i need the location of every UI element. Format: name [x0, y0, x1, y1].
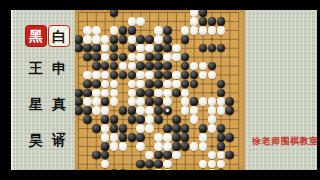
board-intersection: ○ — [136, 44, 145, 53]
board-intersection: ● — [110, 53, 119, 62]
board-intersection: ● — [145, 88, 154, 97]
board-intersection: ● — [145, 79, 154, 88]
board-intersection: ● — [75, 35, 83, 44]
board-intersection: ● — [83, 53, 92, 62]
black-stone: ● — [208, 44, 217, 53]
board-intersection: ● — [119, 70, 128, 79]
black-stone: ● — [163, 44, 172, 53]
board-intersection: ● — [136, 62, 145, 71]
board-intersection: ○ — [110, 97, 119, 106]
player-black-column: 黑 王星昊 — [25, 25, 47, 147]
board-intersection: ● — [190, 79, 199, 88]
board-intersection: ○ — [136, 97, 145, 106]
letterbox-bottom — [0, 170, 320, 180]
board-intersection: ● — [119, 26, 128, 35]
board-intersection: ○ — [136, 124, 145, 133]
board-intersection: ○ — [127, 88, 136, 97]
board-intersection: ● — [181, 133, 190, 142]
black-stone: ● — [225, 133, 234, 142]
white-stone: ○ — [181, 106, 190, 115]
video-frame: 黑 王星昊 白 申真谞 ●○●○○○●●●○○○●●○●○○○○○●○○○●●○… — [0, 0, 320, 180]
board-intersection: ○ — [154, 35, 163, 44]
board-intersection: ● — [110, 70, 119, 79]
board-intersection: ● — [127, 26, 136, 35]
board-intersection: ● — [163, 35, 172, 44]
white-stone: ○ — [136, 124, 145, 133]
black-stone: ● — [154, 80, 163, 89]
black-stone: ● — [181, 62, 190, 71]
board-intersection: ○ — [110, 88, 119, 97]
white-stone: ○ — [163, 89, 172, 98]
black-stone: ● — [154, 71, 163, 80]
board-intersection: ○ — [190, 10, 199, 17]
black-stone: ● — [154, 97, 163, 106]
board-intersection: ● — [172, 88, 181, 97]
white-stone: ○ — [190, 106, 199, 115]
black-stone: ● — [119, 133, 128, 142]
go-board[interactable]: ●○●○○○●●●○○○●●○●○○○○○●○○○●●○●●○●●●●●○●●○… — [75, 10, 245, 170]
board-intersection: ○ — [101, 70, 110, 79]
board-intersection: ○ — [207, 106, 216, 115]
board-intersection: ○ — [145, 70, 154, 79]
black-stone: ● — [181, 133, 190, 142]
board-intersection: ○ — [190, 26, 199, 35]
letterbox-left — [0, 0, 11, 180]
player-name-char: 谞 — [52, 133, 66, 147]
white-stone: ○ — [163, 160, 172, 169]
board-intersection: ● — [154, 160, 163, 169]
board-intersection: ○ — [199, 142, 208, 151]
black-stone: ● — [145, 62, 154, 71]
white-stone: ○ — [145, 44, 154, 53]
board-intersection: ○ — [207, 115, 216, 124]
white-stone: ○ — [199, 142, 208, 151]
board-intersection: ○ — [199, 133, 208, 142]
white-stone: ○ — [136, 71, 145, 80]
white-stone: ○ — [190, 17, 199, 26]
black-stone: ● — [154, 44, 163, 53]
board-intersection: ○ — [110, 79, 119, 88]
board-intersection: ● — [136, 88, 145, 97]
black-stone: ● — [154, 151, 163, 160]
black-stone: ● — [217, 124, 226, 133]
black-stone: ● — [83, 106, 92, 115]
board-intersection: ● — [154, 151, 163, 160]
black-stone: ● — [225, 97, 234, 106]
board-intersection: ○ — [136, 142, 145, 151]
black-stone: ● — [199, 17, 208, 26]
white-stone: ○ — [110, 80, 119, 89]
board-intersection: ● — [92, 62, 101, 71]
white-stone: ○ — [208, 151, 217, 160]
black-stone: ● — [101, 115, 110, 124]
board-intersection: ○ — [127, 97, 136, 106]
board-intersection: ● — [83, 79, 92, 88]
black-stone: ● — [110, 10, 119, 17]
last-move-marker — [166, 109, 169, 112]
black-stone: ● — [136, 133, 145, 142]
board-intersection: ● — [172, 115, 181, 124]
white-stone: ○ — [92, 71, 101, 80]
white-stone: ○ — [217, 151, 226, 160]
board-intersection: ● — [92, 53, 101, 62]
board-intersection: ● — [216, 133, 225, 142]
black-stone: ● — [145, 89, 154, 98]
black-stone: ● — [154, 53, 163, 62]
board-intersection: ○ — [101, 44, 110, 53]
board-intersection: ○ — [127, 79, 136, 88]
black-stone: ● — [136, 89, 145, 98]
black-stone: ● — [110, 53, 119, 62]
board-intersection: ● — [127, 44, 136, 53]
board-intersection: ● — [154, 62, 163, 71]
board-intersection: ○ — [145, 44, 154, 53]
black-stone: ● — [172, 142, 181, 151]
white-stone: ○ — [217, 26, 226, 35]
board-intersection: ○ — [136, 70, 145, 79]
white-stone: ○ — [101, 35, 110, 44]
black-stone: ● — [217, 44, 226, 53]
white-stone: ○ — [208, 97, 217, 106]
board-intersection: ○ — [172, 151, 181, 160]
board-intersection: ● — [199, 44, 208, 53]
black-stone: ● — [75, 44, 83, 53]
black-stone: ● — [83, 89, 92, 98]
board-intersection: ● — [110, 115, 119, 124]
board-intersection: ● — [145, 53, 154, 62]
white-stone: ○ — [199, 97, 208, 106]
board-intersection: ○ — [181, 88, 190, 97]
black-stone: ● — [163, 35, 172, 44]
board-intersection: ● — [207, 44, 216, 53]
white-stone: ○ — [136, 142, 145, 151]
board-intersection: ○ — [172, 79, 181, 88]
white-stone: ○ — [119, 62, 128, 71]
white-stone: ○ — [190, 142, 199, 151]
board-intersection: ● — [119, 35, 128, 44]
black-stone: ● — [101, 151, 110, 160]
white-stone: ○ — [181, 89, 190, 98]
board-intersection: ○ — [163, 160, 172, 169]
black-stone: ● — [92, 124, 101, 133]
white-stone: ○ — [128, 53, 137, 62]
white-stone: ○ — [154, 26, 163, 35]
black-stone: ● — [172, 133, 181, 142]
board-intersection: ○ — [154, 88, 163, 97]
board-intersection: ● — [216, 88, 225, 97]
white-stone: ○ — [101, 133, 110, 142]
black-stone: ● — [83, 44, 92, 53]
white-stone: ○ — [208, 124, 217, 133]
board-intersection: ● — [110, 44, 119, 53]
black-stone: ● — [101, 142, 110, 151]
black-stone: ● — [83, 53, 92, 62]
board-intersection: ○ — [207, 160, 216, 169]
white-stone: ○ — [145, 115, 154, 124]
black-stone: ● — [136, 160, 145, 169]
black-stone: ● — [217, 17, 226, 26]
white-stone: ○ — [128, 35, 137, 44]
white-stone: ○ — [101, 53, 110, 62]
board-intersection: ○ — [101, 88, 110, 97]
board-intersection: ○ — [172, 53, 181, 62]
board-intersection: ○ — [83, 97, 92, 106]
white-stone: ○ — [163, 142, 172, 151]
board-intersection: ● — [145, 160, 154, 169]
black-stone: ● — [128, 115, 137, 124]
board-intersection: ● — [225, 106, 234, 115]
black-stone: ● — [190, 97, 199, 106]
board-intersection: ○ — [163, 97, 172, 106]
black-stone: ● — [181, 35, 190, 44]
black-stone: ● — [225, 106, 234, 115]
white-stone: ○ — [92, 26, 101, 35]
black-stone: ● — [136, 62, 145, 71]
player-name-char: 星 — [29, 97, 43, 111]
board-intersection: ○ — [127, 17, 136, 26]
board-intersection: ● — [119, 124, 128, 133]
board-intersection: ● — [119, 106, 128, 115]
black-stone: ● — [190, 71, 199, 80]
white-stone: ○ — [181, 26, 190, 35]
board-intersection: ● — [136, 133, 145, 142]
white-stone: ○ — [154, 133, 163, 142]
white-stone: ○ — [163, 80, 172, 89]
board-intersection: ○ — [199, 26, 208, 35]
board-intersection: ● — [154, 53, 163, 62]
board-intersection: ○ — [207, 70, 216, 79]
board-intersection: ○ — [172, 70, 181, 79]
board-intersection: ○ — [92, 88, 101, 97]
board-intersection: ● — [172, 124, 181, 133]
black-stone: ● — [181, 80, 190, 89]
black-stone: ● — [145, 35, 154, 44]
board-intersection: ● — [154, 106, 163, 115]
board-intersection: ○ — [190, 142, 199, 151]
player-name-char: 昊 — [29, 133, 43, 147]
black-stone: ● — [199, 124, 208, 133]
board-intersection: ● — [225, 151, 234, 160]
white-stone: ○ — [136, 97, 145, 106]
white-stone: ○ — [92, 89, 101, 98]
black-stone: ● — [75, 35, 83, 44]
white-stone: ○ — [83, 97, 92, 106]
board-intersection: ○ — [101, 35, 110, 44]
board-intersection: ● — [163, 151, 172, 160]
black-stone: ● — [172, 124, 181, 133]
white-stone: ○ — [145, 106, 154, 115]
white-stone: ○ — [208, 160, 217, 169]
board-intersection: ○ — [136, 53, 145, 62]
white-stone: ○ — [101, 89, 110, 98]
board-intersection: ○ — [92, 26, 101, 35]
black-stone: ● — [128, 26, 137, 35]
black-stone: ● — [154, 115, 163, 124]
board-intersection: ○ — [154, 133, 163, 142]
white-stone: ○ — [199, 133, 208, 142]
board-intersection: ● — [225, 97, 234, 106]
black-stone: ● — [119, 124, 128, 133]
board-intersection: ● — [216, 79, 225, 88]
board-intersection: ○ — [163, 142, 172, 151]
white-stone: ○ — [172, 53, 181, 62]
board-intersection: ○ — [110, 142, 119, 151]
black-stone: ● — [217, 89, 226, 98]
board-intersection: ● — [136, 160, 145, 169]
black-stone: ● — [190, 80, 199, 89]
white-stone: ○ — [110, 26, 119, 35]
black-stone: ● — [217, 80, 226, 89]
white-stone: ○ — [136, 53, 145, 62]
black-stone: ● — [110, 115, 119, 124]
white-stone: ○ — [83, 35, 92, 44]
board-intersection: ● — [110, 10, 119, 17]
board-intersection: ● — [163, 106, 172, 115]
white-stone: ○ — [110, 89, 119, 98]
board-intersection: ○ — [207, 151, 216, 160]
board-intersection: ● — [119, 53, 128, 62]
board-intersection: ○ — [172, 44, 181, 53]
black-stone: ● — [154, 106, 163, 115]
board-intersection: ○ — [83, 35, 92, 44]
white-stone: ○ — [199, 71, 208, 80]
black-stone: ● — [145, 80, 154, 89]
white-stone: ○ — [136, 17, 145, 26]
board-intersection: ○ — [163, 88, 172, 97]
white-stone: ○ — [136, 106, 145, 115]
board-intersection: ○ — [101, 160, 110, 169]
board-intersection: ● — [127, 115, 136, 124]
white-stone: ○ — [154, 142, 163, 151]
board-intersection: ○ — [101, 79, 110, 88]
board-intersection: ● — [181, 70, 190, 79]
black-stone: ● — [110, 124, 119, 133]
board-intersection: ● — [145, 97, 154, 106]
board-intersection: ● — [75, 106, 83, 115]
board-intersection: ● — [101, 97, 110, 106]
board-intersection: ● — [83, 115, 92, 124]
board-intersection: ● — [92, 124, 101, 133]
black-stone: ● — [110, 62, 119, 71]
board-intersection: ○ — [119, 62, 128, 71]
black-stone: ● — [208, 17, 217, 26]
white-stone: ○ — [136, 80, 145, 89]
board-intersection: ○ — [127, 62, 136, 71]
board-intersection: ● — [110, 62, 119, 71]
black-stone: ● — [128, 106, 137, 115]
board-intersection: ● — [181, 142, 190, 151]
board-intersection: ● — [216, 124, 225, 133]
white-stone: ○ — [92, 106, 101, 115]
board-intersection: ● — [216, 142, 225, 151]
white-stone: ○ — [83, 71, 92, 80]
white-stone: ○ — [208, 26, 217, 35]
white-stone: ○ — [145, 71, 154, 80]
board-intersection: ○ — [216, 151, 225, 160]
black-stone: ● — [163, 106, 172, 115]
white-stone: ○ — [128, 89, 137, 98]
board-intersection: ● — [127, 133, 136, 142]
white-stone: ○ — [217, 97, 226, 106]
board-intersection: ○ — [163, 133, 172, 142]
board-intersection: ○ — [136, 106, 145, 115]
board-intersection: ● — [225, 133, 234, 142]
board-intersection: ● — [127, 106, 136, 115]
black-stone: ● — [110, 44, 119, 53]
board-intersection: ○ — [92, 35, 101, 44]
board-intersection: ○ — [216, 26, 225, 35]
board-intersection: ○ — [199, 70, 208, 79]
black-stone: ● — [163, 151, 172, 160]
white-stone: ○ — [101, 44, 110, 53]
board-intersection: ○ — [181, 26, 190, 35]
black-stone: ● — [145, 97, 154, 106]
black-stone: ● — [75, 97, 83, 106]
white-stone: ○ — [190, 62, 199, 71]
white-stone: ○ — [128, 80, 137, 89]
black-stone: ● — [136, 35, 145, 44]
black-stone: ● — [225, 151, 234, 160]
board-intersection: ● — [199, 124, 208, 133]
black-stone: ● — [92, 80, 101, 89]
black-stone: ● — [181, 53, 190, 62]
white-stone: ○ — [101, 80, 110, 89]
board-intersection: ○ — [119, 142, 128, 151]
board-intersection: ○ — [145, 151, 154, 160]
black-stone: ● — [119, 71, 128, 80]
white-stone: ○ — [208, 115, 217, 124]
black-stone: ● — [75, 106, 83, 115]
board-intersection: ○ — [207, 26, 216, 35]
white-stone: ○ — [172, 71, 181, 80]
black-stone: ● — [145, 53, 154, 62]
board-intersection: ● — [101, 62, 110, 71]
panel-edge-highlight — [11, 10, 13, 170]
black-stone: ● — [154, 62, 163, 71]
white-stone: ○ — [190, 26, 199, 35]
background-mat: 黑 王星昊 白 申真谞 ●○●○○○●●●○○○●●○●○○○○○●○○○●●○… — [11, 10, 317, 170]
black-stone: ● — [181, 124, 190, 133]
board-intersection: ○ — [145, 124, 154, 133]
white-stone: ○ — [199, 62, 208, 71]
board-intersection: ○ — [163, 53, 172, 62]
board-intersection: ● — [190, 97, 199, 106]
board-intersection: ○ — [136, 17, 145, 26]
black-stone: ● — [199, 44, 208, 53]
white-stone: ○ — [190, 10, 199, 17]
white-stone: ○ — [163, 97, 172, 106]
black-player-badge: 黑 — [25, 25, 47, 47]
white-stone: ○ — [172, 44, 181, 53]
letterbox-top — [0, 0, 320, 10]
board-intersection: ● — [110, 124, 119, 133]
board-intersection: ○ — [190, 115, 199, 124]
white-stone: ○ — [190, 115, 199, 124]
board-intersection: ○ — [163, 79, 172, 88]
board-intersection: ○ — [199, 160, 208, 169]
board-intersection: ○ — [216, 106, 225, 115]
black-stone: ● — [119, 106, 128, 115]
board-intersection: ○ — [110, 133, 119, 142]
board-intersection: ○ — [216, 97, 225, 106]
black-stone: ● — [163, 62, 172, 71]
board-intersection: ● — [163, 70, 172, 79]
black-stone: ● — [92, 62, 101, 71]
black-stone: ● — [101, 97, 110, 106]
board-intersection: ○ — [83, 70, 92, 79]
board-intersection: ○ — [190, 17, 199, 26]
white-stone: ○ — [217, 160, 226, 169]
